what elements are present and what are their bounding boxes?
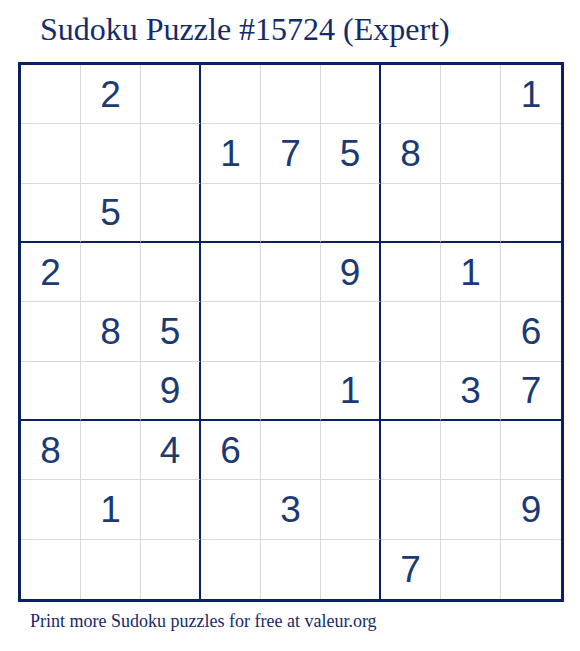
cell-r3c5	[261, 184, 321, 243]
cell-r6c5	[261, 362, 321, 421]
cell-r9c1	[21, 540, 81, 599]
cell-r8c4	[201, 480, 261, 539]
cell-r4c1: 2	[21, 243, 81, 302]
cell-r3c2: 5	[81, 184, 141, 243]
cell-r7c1: 8	[21, 421, 81, 480]
cell-r2c7: 8	[381, 124, 441, 183]
cell-r1c1	[21, 65, 81, 124]
cell-r1c3	[141, 65, 201, 124]
cell-r9c5	[261, 540, 321, 599]
cell-r7c4: 6	[201, 421, 261, 480]
cell-r8c2: 1	[81, 480, 141, 539]
cell-r2c9	[501, 124, 561, 183]
cell-r9c8	[441, 540, 501, 599]
cell-r7c9	[501, 421, 561, 480]
cell-r7c2	[81, 421, 141, 480]
cell-r8c1	[21, 480, 81, 539]
cell-r2c4: 1	[201, 124, 261, 183]
cell-r7c5	[261, 421, 321, 480]
cell-r2c2	[81, 124, 141, 183]
cell-r1c7	[381, 65, 441, 124]
cell-r3c1	[21, 184, 81, 243]
cell-r8c3	[141, 480, 201, 539]
cell-r8c6	[321, 480, 381, 539]
cell-r7c8	[441, 421, 501, 480]
cell-r7c7	[381, 421, 441, 480]
cell-r9c7: 7	[381, 540, 441, 599]
cell-r4c5	[261, 243, 321, 302]
cell-r5c6	[321, 302, 381, 361]
cell-r4c2	[81, 243, 141, 302]
cell-r7c6	[321, 421, 381, 480]
cell-r6c9: 7	[501, 362, 561, 421]
cell-r5c1	[21, 302, 81, 361]
cell-r2c5: 7	[261, 124, 321, 183]
sudoku-page: Sudoku Puzzle #15724 (Expert) 2117585291…	[0, 0, 580, 651]
cell-r5c7	[381, 302, 441, 361]
cell-r8c7	[381, 480, 441, 539]
cell-r3c3	[141, 184, 201, 243]
cell-r6c8: 3	[441, 362, 501, 421]
page-title: Sudoku Puzzle #15724 (Expert)	[40, 10, 450, 48]
cell-r6c4	[201, 362, 261, 421]
cell-r5c9: 6	[501, 302, 561, 361]
cell-r3c9	[501, 184, 561, 243]
cell-r8c8	[441, 480, 501, 539]
cell-r4c9	[501, 243, 561, 302]
cell-r1c8	[441, 65, 501, 124]
cell-r3c8	[441, 184, 501, 243]
cell-r6c1	[21, 362, 81, 421]
cell-r1c2: 2	[81, 65, 141, 124]
sudoku-board: 211758529185691378461397	[18, 62, 564, 602]
cell-r4c4	[201, 243, 261, 302]
cell-r1c9: 1	[501, 65, 561, 124]
cell-r9c3	[141, 540, 201, 599]
cell-r2c3	[141, 124, 201, 183]
cell-r5c3: 5	[141, 302, 201, 361]
cell-r8c5: 3	[261, 480, 321, 539]
cell-r9c9	[501, 540, 561, 599]
cell-r7c3: 4	[141, 421, 201, 480]
cell-r5c4	[201, 302, 261, 361]
footer-text: Print more Sudoku puzzles for free at va…	[30, 611, 377, 632]
cell-r6c2	[81, 362, 141, 421]
cell-r3c7	[381, 184, 441, 243]
cell-r1c6	[321, 65, 381, 124]
cell-r2c1	[21, 124, 81, 183]
cell-r9c2	[81, 540, 141, 599]
cell-r2c6: 5	[321, 124, 381, 183]
cell-r4c7	[381, 243, 441, 302]
cell-r4c3	[141, 243, 201, 302]
cell-r2c8	[441, 124, 501, 183]
cell-r6c7	[381, 362, 441, 421]
cell-r9c4	[201, 540, 261, 599]
cell-r1c5	[261, 65, 321, 124]
cell-r1c4	[201, 65, 261, 124]
cell-r3c4	[201, 184, 261, 243]
cell-r5c2: 8	[81, 302, 141, 361]
cell-r4c6: 9	[321, 243, 381, 302]
cell-r4c8: 1	[441, 243, 501, 302]
cell-r8c9: 9	[501, 480, 561, 539]
cell-r5c8	[441, 302, 501, 361]
cell-r6c3: 9	[141, 362, 201, 421]
cell-r6c6: 1	[321, 362, 381, 421]
cell-r5c5	[261, 302, 321, 361]
cell-r3c6	[321, 184, 381, 243]
cell-r9c6	[321, 540, 381, 599]
